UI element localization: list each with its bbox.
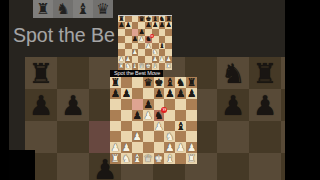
white-piece-r[interactable]: ♜ — [110, 153, 121, 164]
square-c1[interactable]: ♝ — [132, 153, 143, 164]
black-piece-p[interactable]: ♟ — [165, 22, 172, 29]
white-piece-n[interactable]: ♞ — [121, 153, 132, 164]
square-e7[interactable]: ♟ — [145, 22, 152, 29]
black-piece-p[interactable]: ♟ — [186, 88, 197, 99]
square-g7[interactable]: ♟ — [159, 22, 166, 29]
square-d1[interactable]: ♛ — [138, 63, 145, 70]
square-a4[interactable] — [118, 43, 125, 50]
square-g4[interactable]: ♝ — [159, 43, 166, 50]
square-h7[interactable]: ♟ — [165, 22, 172, 29]
square-d5[interactable]: ♟ — [138, 36, 145, 43]
square-a1[interactable]: ♜ — [110, 153, 121, 164]
black-piece-p[interactable]: ♟ — [154, 88, 165, 99]
blunder-badge-small: ?? — [150, 34, 154, 38]
white-piece-r[interactable]: ♜ — [118, 63, 125, 70]
square-g1[interactable] — [175, 153, 186, 164]
white-piece-q[interactable]: ♛ — [143, 153, 154, 164]
square-h1[interactable]: ♜ — [186, 153, 197, 164]
letterbox-right — [285, 0, 320, 180]
square-c5[interactable]: ♟ — [132, 36, 139, 43]
square-c8[interactable] — [132, 16, 139, 23]
square-g1[interactable] — [159, 63, 166, 70]
square-b4[interactable] — [125, 43, 132, 50]
square-a7[interactable]: ♟ — [118, 22, 125, 29]
white-piece-q[interactable]: ♛ — [138, 63, 145, 70]
square-a5[interactable] — [110, 110, 121, 121]
square-c7[interactable] — [132, 88, 143, 99]
black-piece-p[interactable]: ♟ — [175, 88, 186, 99]
square-e1[interactable]: ♚ — [145, 63, 152, 70]
square-c3[interactable]: ♟ — [132, 131, 143, 142]
square-f7[interactable]: ♟ — [152, 22, 159, 29]
white-piece-b[interactable]: ♝ — [164, 153, 175, 164]
caption-bar: Spot the Best Move — [110, 70, 163, 78]
black-piece-p[interactable]: ♟ — [152, 22, 159, 29]
square-e4[interactable]: ♟ — [145, 43, 152, 50]
black-piece-b[interactable]: ♝ — [175, 121, 186, 132]
square-d4[interactable] — [143, 121, 154, 132]
square-h7[interactable]: ♟ — [186, 88, 197, 99]
white-piece-k[interactable]: ♚ — [145, 63, 152, 70]
black-piece-q[interactable]: ♛ — [138, 16, 145, 23]
square-d8[interactable]: ♛ — [143, 77, 154, 88]
white-piece-p[interactable]: ♟ — [132, 49, 139, 56]
square-g7[interactable]: ♟ — [175, 88, 186, 99]
square-a4[interactable] — [110, 121, 121, 132]
square-e3[interactable] — [154, 131, 165, 142]
square-d1[interactable]: ♛ — [143, 153, 154, 164]
main-chess-board: ♜♛♚♝♞♜♟♟♟♟♟♟♟♟♟♞♟♝♟♞♟♟♟♟♟♜♞♝♛♚♝♜ — [110, 77, 197, 164]
square-d4[interactable] — [138, 43, 145, 50]
square-e7[interactable]: ♟ — [154, 88, 165, 99]
white-piece-p[interactable]: ♟ — [159, 56, 166, 63]
black-piece-p[interactable]: ♟ — [143, 99, 154, 110]
white-piece-b[interactable]: ♝ — [132, 63, 139, 70]
square-a1[interactable]: ♜ — [118, 63, 125, 70]
square-c3[interactable]: ♟ — [132, 49, 139, 56]
video-frame: ♜♞♝♛ Spot the Best Move ♜♞♜♟♟♟♟♟ ♜♛♚♝♞♜♟… — [0, 0, 320, 180]
square-b1[interactable]: ♞ — [125, 63, 132, 70]
white-piece-b[interactable]: ♝ — [152, 63, 159, 70]
square-c5[interactable]: ♟ — [132, 110, 143, 121]
white-piece-p[interactable]: ♟ — [154, 121, 165, 132]
letterbox-left — [0, 0, 9, 180]
square-b6[interactable] — [121, 99, 132, 110]
square-a6[interactable] — [110, 99, 121, 110]
square-c8[interactable] — [132, 77, 143, 88]
black-piece-p[interactable]: ♟ — [132, 110, 143, 121]
square-b4[interactable] — [121, 121, 132, 132]
white-piece-p[interactable]: ♟ — [132, 131, 143, 142]
square-b1[interactable]: ♞ — [121, 153, 132, 164]
square-g6[interactable] — [175, 99, 186, 110]
square-f7[interactable]: ♟ — [164, 88, 175, 99]
square-g4[interactable]: ♝ — [175, 121, 186, 132]
black-piece-p[interactable]: ♟ — [132, 36, 139, 43]
small-chess-board: ♜♛♚♝♞♜♟♟♟♟♟♟♟♟♟♞♟♝♟♞♟♟♟♟♟♜♞♝♛♚♝♜ — [118, 16, 172, 70]
square-f1[interactable]: ♝ — [152, 63, 159, 70]
square-a5[interactable] — [118, 36, 125, 43]
black-piece-p[interactable]: ♟ — [110, 88, 121, 99]
black-piece-p[interactable]: ♟ — [121, 88, 132, 99]
white-piece-r[interactable]: ♜ — [165, 63, 172, 70]
square-c6[interactable] — [132, 99, 143, 110]
black-piece-p[interactable]: ♟ — [159, 22, 166, 29]
square-b6[interactable] — [125, 29, 132, 36]
square-h4[interactable] — [186, 121, 197, 132]
black-piece-p[interactable]: ♟ — [164, 88, 175, 99]
square-e3[interactable] — [145, 49, 152, 56]
black-piece-b[interactable]: ♝ — [159, 43, 166, 50]
square-h4[interactable] — [165, 43, 172, 50]
white-piece-p[interactable]: ♟ — [175, 142, 186, 153]
square-d3[interactable] — [138, 49, 145, 56]
square-b7[interactable]: ♟ — [125, 22, 132, 29]
black-piece-q[interactable]: ♛ — [143, 77, 154, 88]
square-h5[interactable] — [165, 36, 172, 43]
square-g5[interactable] — [175, 110, 186, 121]
white-piece-p[interactable]: ♟ — [138, 36, 145, 43]
square-g2[interactable]: ♟ — [159, 56, 166, 63]
white-piece-p[interactable]: ♟ — [143, 110, 154, 121]
square-g6[interactable] — [159, 29, 166, 36]
square-d5[interactable]: ♟ — [143, 110, 154, 121]
square-h1[interactable]: ♜ — [165, 63, 172, 70]
blunder-badge: ?? — [161, 107, 167, 113]
square-e1[interactable]: ♚ — [154, 153, 165, 164]
square-f1[interactable]: ♝ — [164, 153, 175, 164]
square-d6[interactable]: ♟ — [143, 99, 154, 110]
white-piece-n[interactable]: ♞ — [125, 63, 132, 70]
square-a6[interactable] — [118, 29, 125, 36]
white-piece-k[interactable]: ♚ — [154, 153, 165, 164]
square-e4[interactable]: ♟ — [154, 121, 165, 132]
square-b7[interactable]: ♟ — [121, 88, 132, 99]
square-g2[interactable]: ♟ — [175, 142, 186, 153]
square-d8[interactable]: ♛ — [138, 16, 145, 23]
square-b5[interactable] — [125, 36, 132, 43]
caption-text: Spot the Best Move — [110, 70, 160, 78]
square-d3[interactable] — [143, 131, 154, 142]
square-c7[interactable] — [132, 22, 139, 29]
square-b5[interactable] — [121, 110, 132, 121]
black-piece-p[interactable]: ♟ — [118, 22, 125, 29]
white-piece-r[interactable]: ♜ — [186, 153, 197, 164]
square-h5[interactable] — [186, 110, 197, 121]
black-piece-p[interactable]: ♟ — [125, 22, 132, 29]
square-h6[interactable] — [165, 29, 172, 36]
square-c1[interactable]: ♝ — [132, 63, 139, 70]
white-piece-p[interactable]: ♟ — [145, 43, 152, 50]
black-piece-p[interactable]: ♟ — [145, 22, 152, 29]
square-a7[interactable]: ♟ — [110, 88, 121, 99]
white-piece-b[interactable]: ♝ — [132, 153, 143, 164]
square-h6[interactable] — [186, 99, 197, 110]
